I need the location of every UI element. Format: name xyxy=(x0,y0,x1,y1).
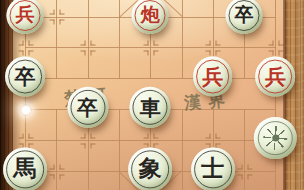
piece-black-soldier-f3r6[interactable]: 卒 xyxy=(67,87,108,128)
point-marker xyxy=(81,133,96,148)
piece-red-soldier-f7r5[interactable]: 兵 xyxy=(193,57,233,97)
piece-character: 卒 xyxy=(67,87,108,128)
point-marker xyxy=(18,40,33,55)
piece-black-chariot-f5r6[interactable]: 車 xyxy=(130,87,171,128)
piece-character: 炮 xyxy=(132,0,169,34)
piece-character: 車 xyxy=(130,87,171,128)
piece-black-horse-f1r8[interactable]: 馬 xyxy=(3,147,47,190)
point-marker xyxy=(143,133,158,148)
piece-red-soldier-f9r5[interactable]: 兵 xyxy=(256,57,296,97)
piece-black-elephant-f5r8[interactable]: 象 xyxy=(128,147,172,190)
piece-character: 卒 xyxy=(5,57,45,97)
grid-line xyxy=(25,78,276,79)
point-marker xyxy=(49,10,64,25)
piece-character: 士 xyxy=(191,147,235,190)
grid-line xyxy=(182,109,183,190)
piece-black-soldier-f8r3[interactable]: 卒 xyxy=(226,0,263,34)
grid-line xyxy=(119,109,120,190)
point-marker xyxy=(143,40,158,55)
point-marker xyxy=(268,40,283,55)
move-indicator-glow[interactable] xyxy=(20,104,31,115)
point-marker xyxy=(237,164,252,179)
grid-line xyxy=(119,0,120,79)
piece-character: 兵 xyxy=(256,57,296,97)
point-marker xyxy=(206,40,221,55)
point-marker xyxy=(49,164,64,179)
piece-red-soldier-f1r3[interactable]: 兵 xyxy=(7,0,44,34)
point-marker xyxy=(18,133,33,148)
piece-character: 馬 xyxy=(3,147,47,190)
piece-black-advisor-f7r8[interactable]: 士 xyxy=(191,147,235,190)
point-marker xyxy=(206,133,221,148)
piece-character: 象 xyxy=(128,147,172,190)
grid-line xyxy=(182,0,183,79)
piece-red-cannon-f5r3[interactable]: 炮 xyxy=(132,0,169,34)
point-marker xyxy=(81,40,96,55)
piece-character: 兵 xyxy=(7,0,44,34)
piece-character: 兵 xyxy=(193,57,233,97)
piece-character: 卒 xyxy=(226,0,263,34)
piece-black-soldier-f1r5[interactable]: 卒 xyxy=(5,57,45,97)
hidden-piece-center-dot xyxy=(272,135,279,142)
xiangqi-board[interactable]: 楚河 漢界 兵炮卒卒兵兵卒車 馬象士 xyxy=(0,0,304,190)
